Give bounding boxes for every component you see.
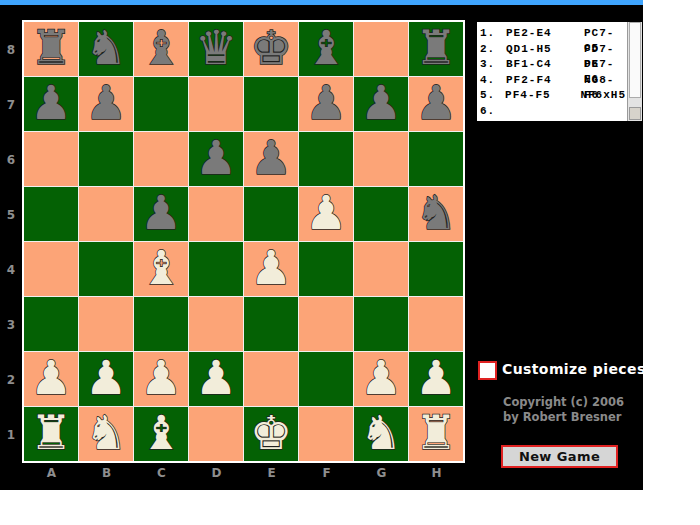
piece-black-pawn-h7[interactable]: ♟ <box>415 79 457 126</box>
square-a5[interactable] <box>24 187 78 241</box>
square-f2[interactable] <box>299 352 353 406</box>
file-label-f: F <box>299 466 354 480</box>
square-c4[interactable]: ♝ <box>134 242 188 296</box>
rank-label-3: 3 <box>0 297 22 352</box>
piece-white-knight-g1[interactable]: ♞ <box>360 409 402 456</box>
square-h1[interactable]: ♜ <box>409 407 463 461</box>
piece-white-king-e1[interactable]: ♚ <box>250 409 292 456</box>
piece-white-pawn-f5[interactable]: ♟ <box>305 189 347 236</box>
board-grid: ♜♞♝♛♚♝♜♟♟♟♟♟♟♟♟♟♞♝♟♟♟♟♟♟♟♜♞♝♚♞♜ <box>24 22 463 461</box>
white-move: BF1-C4 <box>506 57 584 73</box>
new-game-button[interactable]: New Game <box>501 445 618 468</box>
black-move: PD7-D6 <box>584 42 626 58</box>
square-h8[interactable]: ♜ <box>409 22 463 76</box>
square-b4[interactable] <box>79 242 133 296</box>
square-e8[interactable]: ♚ <box>244 22 298 76</box>
customize-pieces-checkbox[interactable] <box>478 361 497 380</box>
square-a3[interactable] <box>24 297 78 351</box>
piece-black-pawn-c5[interactable]: ♟ <box>140 189 182 236</box>
copyright-line2: by Robert Bresner <box>503 410 624 425</box>
rank-label-5: 5 <box>0 187 22 242</box>
square-a7[interactable]: ♟ <box>24 77 78 131</box>
piece-white-rook-a1[interactable]: ♜ <box>30 409 72 456</box>
copyright-line1: Copyright (c) 2006 <box>503 395 624 410</box>
square-e5[interactable] <box>244 187 298 241</box>
square-b2[interactable]: ♟ <box>79 352 133 406</box>
black-move: NG8-F6 <box>584 73 626 89</box>
square-b8[interactable]: ♞ <box>79 22 133 76</box>
rank-label-2: 2 <box>0 352 22 407</box>
square-e2[interactable] <box>244 352 298 406</box>
piece-black-pawn-a7[interactable]: ♟ <box>30 79 72 126</box>
piece-white-knight-b1[interactable]: ♞ <box>85 409 127 456</box>
square-a2[interactable]: ♟ <box>24 352 78 406</box>
square-c2[interactable]: ♟ <box>134 352 188 406</box>
square-g6[interactable] <box>354 132 408 186</box>
piece-white-pawn-g2[interactable]: ♟ <box>360 354 402 401</box>
chess-board: ♜♞♝♛♚♝♜♟♟♟♟♟♟♟♟♟♞♝♟♟♟♟♟♟♟♜♞♝♚♞♜ <box>22 20 465 463</box>
square-g7[interactable]: ♟ <box>354 77 408 131</box>
piece-black-king-e8[interactable]: ♚ <box>250 24 292 71</box>
move-rows: 1.PE2-E4PC7-C52.QD1-H5PD7-D63.BF1-C4PE7-… <box>477 22 626 121</box>
square-b7[interactable]: ♟ <box>79 77 133 131</box>
piece-black-rook-h8[interactable]: ♜ <box>415 24 457 71</box>
black-move <box>584 104 626 120</box>
square-c6[interactable] <box>134 132 188 186</box>
move-number: 5. <box>480 88 505 104</box>
move-number: 3. <box>480 57 506 73</box>
piece-white-bishop-c4[interactable]: ♝ <box>140 244 182 291</box>
piece-white-rook-h1[interactable]: ♜ <box>415 409 457 456</box>
square-e6[interactable]: ♟ <box>244 132 298 186</box>
move-row-2: 2.QD1-H5PD7-D6 <box>480 42 626 58</box>
file-label-h: H <box>409 466 464 480</box>
white-move: QD1-H5 <box>506 42 584 58</box>
white-move: PF2-F4 <box>506 73 584 89</box>
square-b3[interactable] <box>79 297 133 351</box>
piece-black-pawn-g7[interactable]: ♟ <box>360 79 402 126</box>
move-list-scrollbar[interactable] <box>627 22 642 121</box>
piece-black-pawn-f7[interactable]: ♟ <box>305 79 347 126</box>
scrollbar-thumb[interactable] <box>629 22 641 98</box>
square-f6[interactable] <box>299 132 353 186</box>
new-game-button-label: New Game <box>519 449 600 464</box>
move-number: 1. <box>480 26 506 42</box>
file-label-c: C <box>134 466 189 480</box>
piece-black-knight-b8[interactable]: ♞ <box>85 24 127 71</box>
file-label-g: G <box>354 466 409 480</box>
square-f7[interactable]: ♟ <box>299 77 353 131</box>
square-h7[interactable]: ♟ <box>409 77 463 131</box>
piece-white-pawn-e4[interactable]: ♟ <box>250 244 292 291</box>
move-number: 2. <box>480 42 506 58</box>
piece-black-bishop-c8[interactable]: ♝ <box>140 24 182 71</box>
square-g3[interactable] <box>354 297 408 351</box>
rank-labels: 87654321 <box>0 22 22 462</box>
black-move: PE7-E6 <box>584 57 626 73</box>
square-f3[interactable] <box>299 297 353 351</box>
piece-white-bishop-c1[interactable]: ♝ <box>140 409 182 456</box>
move-row-6: 6. <box>480 104 626 120</box>
piece-black-rook-a8[interactable]: ♜ <box>30 24 72 71</box>
black-move: PC7-C5 <box>584 26 626 42</box>
white-move: PE2-E4 <box>506 26 584 42</box>
file-label-d: D <box>189 466 244 480</box>
move-row-4: 4.PF2-F4NG8-F6 <box>480 73 626 89</box>
square-c5[interactable]: ♟ <box>134 187 188 241</box>
rank-label-7: 7 <box>0 77 22 132</box>
chess-app-window: 87654321 ♜♞♝♛♚♝♜♟♟♟♟♟♟♟♟♟♞♝♟♟♟♟♟♟♟♜♞♝♚♞♜… <box>0 5 643 490</box>
square-b5[interactable] <box>79 187 133 241</box>
square-d7[interactable] <box>189 77 243 131</box>
square-c1[interactable]: ♝ <box>134 407 188 461</box>
square-f5[interactable]: ♟ <box>299 187 353 241</box>
square-g8[interactable] <box>354 22 408 76</box>
app-canvas: 87654321 ♜♞♝♛♚♝♜♟♟♟♟♟♟♟♟♟♞♝♟♟♟♟♟♟♟♜♞♝♚♞♜… <box>0 0 700 525</box>
square-d2[interactable]: ♟ <box>189 352 243 406</box>
square-f8[interactable]: ♝ <box>299 22 353 76</box>
square-g4[interactable] <box>354 242 408 296</box>
piece-black-pawn-e6[interactable]: ♟ <box>250 134 292 181</box>
move-row-3: 3.BF1-C4PE7-E6 <box>480 57 626 73</box>
square-e1[interactable]: ♚ <box>244 407 298 461</box>
square-d5[interactable] <box>189 187 243 241</box>
piece-black-queen-d8[interactable]: ♛ <box>195 24 237 71</box>
square-g2[interactable]: ♟ <box>354 352 408 406</box>
customize-pieces-label: Customize pieces <box>502 361 646 377</box>
copyright-text: Copyright (c) 2006 by Robert Bresner <box>503 395 624 425</box>
square-e7[interactable] <box>244 77 298 131</box>
square-h6[interactable] <box>409 132 463 186</box>
square-a4[interactable] <box>24 242 78 296</box>
piece-black-bishop-f8[interactable]: ♝ <box>305 24 347 71</box>
piece-black-knight-h5[interactable]: ♞ <box>415 189 457 236</box>
square-h3[interactable] <box>409 297 463 351</box>
square-c3[interactable] <box>134 297 188 351</box>
square-d8[interactable]: ♛ <box>189 22 243 76</box>
piece-black-pawn-b7[interactable]: ♟ <box>85 79 127 126</box>
square-g1[interactable]: ♞ <box>354 407 408 461</box>
square-h5[interactable]: ♞ <box>409 187 463 241</box>
square-a6[interactable] <box>24 132 78 186</box>
piece-black-pawn-d6[interactable]: ♟ <box>195 134 237 181</box>
square-d6[interactable]: ♟ <box>189 132 243 186</box>
rank-label-1: 1 <box>0 407 22 462</box>
square-b6[interactable] <box>79 132 133 186</box>
move-row-5: 5.PF4-F5NF6xH5 <box>480 88 626 104</box>
square-b1[interactable]: ♞ <box>79 407 133 461</box>
piece-white-pawn-d2[interactable]: ♟ <box>195 354 237 401</box>
rank-label-4: 4 <box>0 242 22 297</box>
square-a8[interactable]: ♜ <box>24 22 78 76</box>
piece-white-pawn-b2[interactable]: ♟ <box>85 354 127 401</box>
move-row-1: 1.PE2-E4PC7-C5 <box>480 26 626 42</box>
move-list-panel: 1.PE2-E4PC7-C52.QD1-H5PD7-D63.BF1-C4PE7-… <box>476 21 643 122</box>
square-c7[interactable] <box>134 77 188 131</box>
piece-white-pawn-h2[interactable]: ♟ <box>415 354 457 401</box>
square-g5[interactable] <box>354 187 408 241</box>
rank-label-6: 6 <box>0 132 22 187</box>
white-move <box>506 104 584 120</box>
piece-white-pawn-a2[interactable]: ♟ <box>30 354 72 401</box>
file-labels: ABCDEFGH <box>24 466 464 480</box>
white-move: PF4-F5 <box>505 88 580 104</box>
file-label-a: A <box>24 466 79 480</box>
piece-white-pawn-c2[interactable]: ♟ <box>140 354 182 401</box>
square-h4[interactable] <box>409 242 463 296</box>
square-c8[interactable]: ♝ <box>134 22 188 76</box>
square-d4[interactable] <box>189 242 243 296</box>
square-d3[interactable] <box>189 297 243 351</box>
move-number: 4. <box>480 73 506 89</box>
move-number: 6. <box>480 104 506 120</box>
file-label-b: B <box>79 466 134 480</box>
black-move: NF6xH5 <box>580 88 626 104</box>
square-a1[interactable]: ♜ <box>24 407 78 461</box>
square-d1[interactable] <box>189 407 243 461</box>
square-f4[interactable] <box>299 242 353 296</box>
file-label-e: E <box>244 466 299 480</box>
scrollbar-down-button[interactable] <box>629 107 641 120</box>
square-h2[interactable]: ♟ <box>409 352 463 406</box>
rank-label-8: 8 <box>0 22 22 77</box>
square-f1[interactable] <box>299 407 353 461</box>
square-e4[interactable]: ♟ <box>244 242 298 296</box>
square-e3[interactable] <box>244 297 298 351</box>
